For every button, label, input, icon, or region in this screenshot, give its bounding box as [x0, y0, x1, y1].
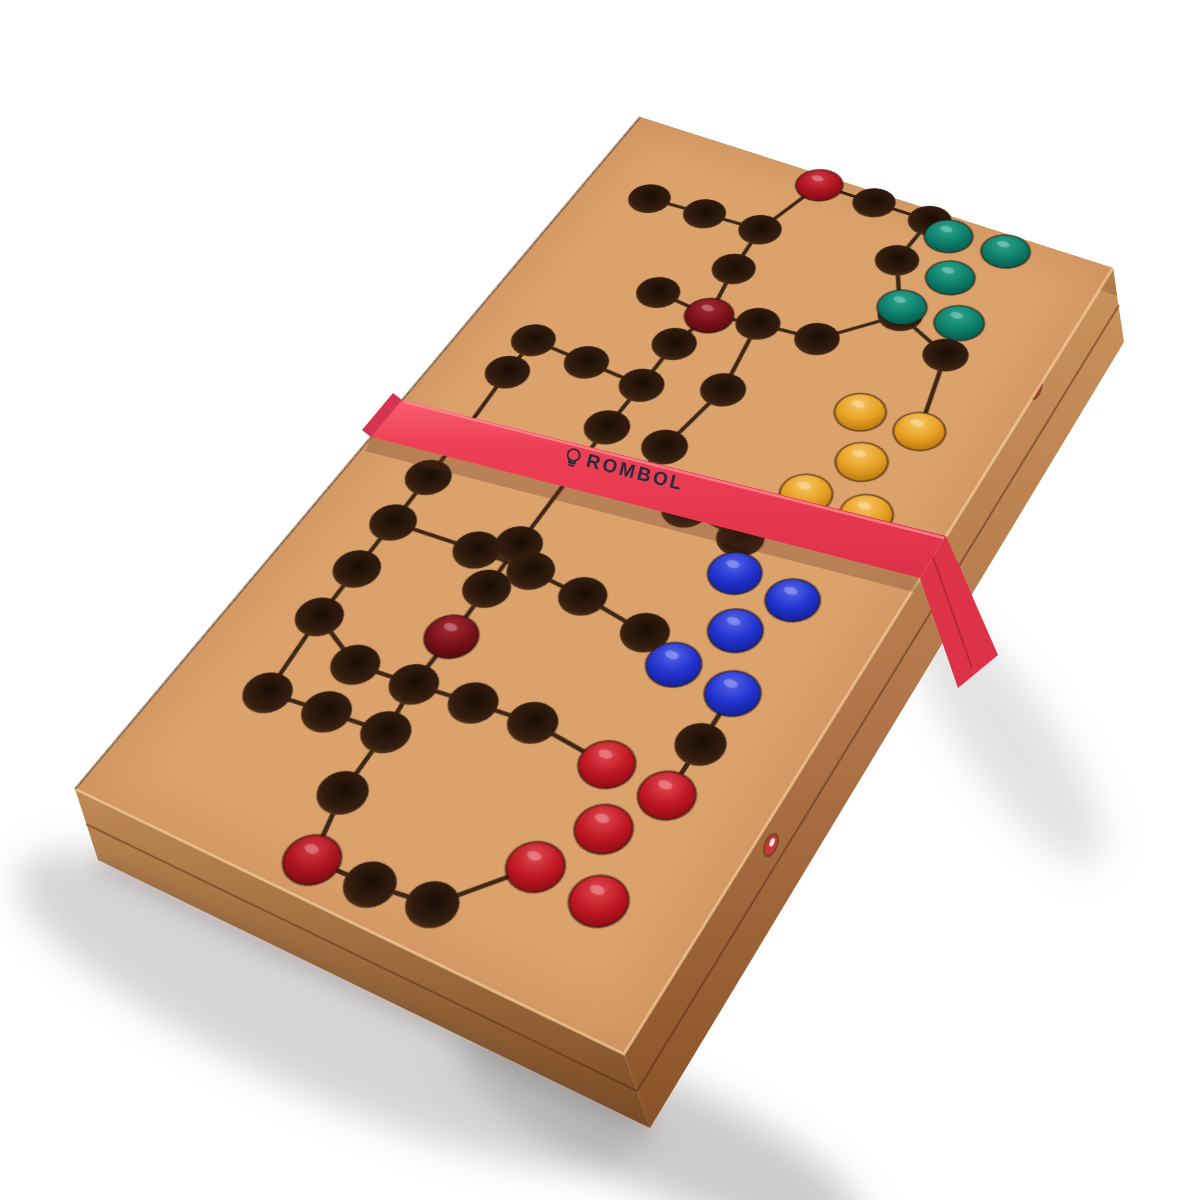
- marble-yellow-y3[interactable]: [826, 436, 896, 488]
- marble-blue-bl5[interactable]: [694, 663, 771, 724]
- hole-c9: [497, 695, 568, 751]
- hole-t23: [692, 368, 755, 413]
- hole-f4: [360, 498, 426, 547]
- hole-d3: [549, 571, 617, 623]
- hole-e1: [599, 458, 664, 506]
- hole-c1: [232, 666, 302, 721]
- hole-f5: [323, 544, 390, 594]
- marble-goal_red-b1[interactable]: [271, 826, 353, 893]
- hole-d5: [665, 716, 736, 774]
- hole-e2: [652, 485, 717, 534]
- marble-blue-bl1[interactable]: [698, 545, 771, 601]
- marble-blue-bl3[interactable]: [698, 602, 773, 661]
- hole-f2: [430, 411, 494, 457]
- hole-c6: [320, 638, 390, 692]
- hole-t16: [610, 363, 673, 407]
- hole-b3: [395, 873, 470, 936]
- marble-green-g3[interactable]: [917, 255, 983, 300]
- hole-c8: [438, 675, 508, 731]
- marble-bordeaux-c10[interactable]: [414, 608, 490, 666]
- hole-c4: [306, 764, 379, 823]
- product-photo-scene: { "game": "Barricade (Malefiz-style wood…: [0, 0, 1200, 1200]
- marble-red-r2[interactable]: [627, 763, 706, 828]
- hole-t8: [675, 194, 734, 233]
- hole-t14: [786, 318, 847, 361]
- hole-t4: [867, 240, 926, 281]
- marble-green-g5[interactable]: [926, 300, 993, 347]
- hole-t12: [628, 272, 688, 313]
- hole-f6: [285, 591, 354, 643]
- marble-red-r5[interactable]: [558, 867, 640, 937]
- hole-t13: [727, 303, 788, 346]
- hole-c2: [291, 684, 362, 740]
- marble-green-g4[interactable]: [869, 284, 935, 330]
- hole-c3: [350, 704, 421, 761]
- hole-t17: [502, 319, 564, 362]
- hole-c7: [379, 657, 449, 712]
- hole-t20: [575, 405, 639, 451]
- marble-red-r4[interactable]: [495, 833, 576, 901]
- marble-yellow-y1[interactable]: [826, 387, 895, 437]
- hole-f3: [396, 454, 461, 501]
- hole-t7: [620, 180, 678, 218]
- marble-blue-bl2[interactable]: [756, 572, 830, 629]
- marble-red-r1[interactable]: [567, 733, 646, 797]
- path-line: [518, 427, 608, 544]
- marble-yellow-y5[interactable]: [830, 488, 902, 542]
- hole-t21: [632, 424, 696, 471]
- hole-t10: [704, 249, 764, 290]
- hole-b2: [332, 854, 407, 917]
- hole-t19: [476, 350, 538, 394]
- marble-yellow-y2[interactable]: [885, 406, 954, 457]
- marble-red-r3[interactable]: [563, 796, 643, 863]
- hole-t18: [555, 341, 617, 385]
